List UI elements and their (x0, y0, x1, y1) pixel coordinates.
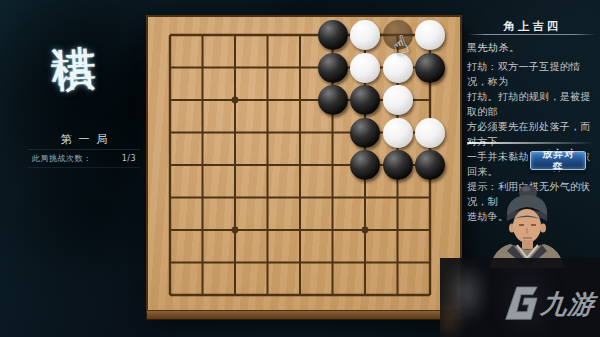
black-stone (350, 118, 380, 148)
ngame-g-icon (504, 284, 538, 324)
blur-smudge (440, 298, 464, 337)
white-stone (415, 118, 445, 148)
button-divider (467, 142, 595, 144)
star-point (362, 227, 369, 234)
puzzle-objective: 黑先劫杀。 (467, 41, 599, 55)
round-label: 第一局 (34, 132, 134, 147)
explanation-line: 打劫：双方一子互提的情况，称为 (467, 59, 600, 89)
black-stone (350, 85, 380, 115)
white-stone (350, 53, 380, 83)
explanation-line: 方必须要先在别处落子，而对方下 (467, 119, 600, 149)
attempts-label: 此局挑战次数： (32, 153, 92, 164)
hover-preview-stone[interactable] (383, 20, 413, 50)
board-edge (146, 311, 462, 320)
black-stone (318, 20, 348, 50)
ngame-logo: 九游 (504, 284, 595, 324)
star-point (232, 97, 239, 104)
title-divider (470, 34, 596, 35)
board-grid (148, 17, 460, 310)
explanation-line: 打劫。打劫的规则，是被提取的部 (467, 89, 600, 119)
black-stone (415, 150, 445, 180)
black-stone (318, 85, 348, 115)
puzzle-title: 角上吉四 (466, 19, 596, 34)
resign-button[interactable]: 放弃对弈 (530, 151, 586, 170)
puzzle-mode-title: 诘棋 (49, 9, 101, 141)
go-board[interactable]: ☝ (146, 15, 462, 312)
white-stone (383, 53, 413, 83)
attempts-value: 1/3 (122, 154, 136, 163)
ngame-logo-text: 九游 (539, 287, 597, 322)
white-stone (350, 20, 380, 50)
star-point (232, 227, 239, 234)
attempts-row: 此局挑战次数： 1/3 (28, 149, 140, 168)
black-stone (318, 53, 348, 83)
npc-portrait (486, 184, 566, 268)
black-stone (350, 150, 380, 180)
white-stone (383, 85, 413, 115)
black-stone (415, 53, 445, 83)
white-stone (383, 118, 413, 148)
watermark-bar: 九游 (440, 258, 600, 337)
white-stone (415, 20, 445, 50)
black-stone (383, 150, 413, 180)
